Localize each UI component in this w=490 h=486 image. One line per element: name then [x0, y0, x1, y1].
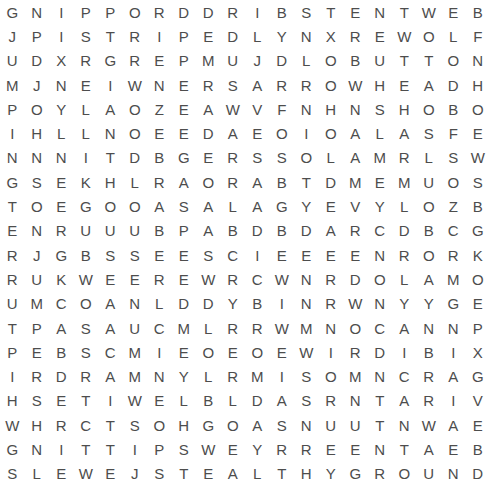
- cell-r18c10[interactable]: O: [221, 413, 246, 437]
- cell-r19c9[interactable]: W: [196, 437, 221, 461]
- cell-r19c3[interactable]: I: [49, 437, 74, 461]
- cell-r2c5[interactable]: T: [98, 24, 123, 48]
- cell-r4c10[interactable]: S: [221, 73, 246, 97]
- cell-r20c15[interactable]: G: [343, 462, 368, 486]
- cell-r6c2[interactable]: H: [25, 121, 50, 145]
- cell-r5c1[interactable]: P: [0, 97, 25, 121]
- cell-r5c14[interactable]: H: [319, 97, 344, 121]
- cell-r5c18[interactable]: O: [417, 97, 442, 121]
- cell-r8c1[interactable]: G: [0, 170, 25, 194]
- cell-r20c19[interactable]: N: [441, 462, 466, 486]
- cell-r13c13[interactable]: N: [294, 292, 319, 316]
- cell-r8c15[interactable]: M: [343, 170, 368, 194]
- cell-r4c17[interactable]: E: [392, 73, 417, 97]
- cell-r10c14[interactable]: A: [319, 219, 344, 243]
- cell-r12c11[interactable]: C: [245, 267, 270, 291]
- cell-r13c20[interactable]: E: [466, 292, 490, 316]
- cell-r10c4[interactable]: U: [74, 219, 99, 243]
- cell-r6c17[interactable]: A: [392, 121, 417, 145]
- cell-r12c15[interactable]: D: [343, 267, 368, 291]
- cell-r5c15[interactable]: N: [343, 97, 368, 121]
- cell-r7c15[interactable]: A: [343, 146, 368, 170]
- cell-r5c13[interactable]: N: [294, 97, 319, 121]
- cell-r11c3[interactable]: G: [49, 243, 74, 267]
- cell-r2c9[interactable]: E: [196, 24, 221, 48]
- cell-r7c12[interactable]: S: [270, 146, 295, 170]
- cell-r13c8[interactable]: D: [172, 292, 197, 316]
- cell-r15c7[interactable]: I: [147, 340, 172, 364]
- cell-r19c6[interactable]: I: [123, 437, 148, 461]
- cell-r5c2[interactable]: O: [25, 97, 50, 121]
- cell-r7c16[interactable]: M: [368, 146, 393, 170]
- cell-r14c3[interactable]: A: [49, 316, 74, 340]
- cell-r14c14[interactable]: N: [319, 316, 344, 340]
- cell-r9c7[interactable]: A: [147, 194, 172, 218]
- cell-r17c18[interactable]: R: [417, 389, 442, 413]
- cell-r15c11[interactable]: O: [245, 340, 270, 364]
- cell-r8c3[interactable]: E: [49, 170, 74, 194]
- cell-r14c20[interactable]: P: [466, 316, 490, 340]
- cell-r3c19[interactable]: O: [441, 49, 466, 73]
- cell-r13c1[interactable]: U: [0, 292, 25, 316]
- cell-r7c19[interactable]: S: [441, 146, 466, 170]
- cell-r11c4[interactable]: B: [74, 243, 99, 267]
- cell-r1c13[interactable]: S: [294, 0, 319, 24]
- cell-r8c10[interactable]: R: [221, 170, 246, 194]
- cell-r14c11[interactable]: R: [245, 316, 270, 340]
- cell-r19c11[interactable]: Y: [245, 437, 270, 461]
- cell-r17c12[interactable]: A: [270, 389, 295, 413]
- cell-r8c8[interactable]: A: [172, 170, 197, 194]
- cell-r11c16[interactable]: N: [368, 243, 393, 267]
- cell-r4c8[interactable]: E: [172, 73, 197, 97]
- cell-r16c8[interactable]: Y: [172, 364, 197, 388]
- cell-r16c3[interactable]: D: [49, 364, 74, 388]
- cell-r7c6[interactable]: D: [123, 146, 148, 170]
- cell-r15c14[interactable]: I: [319, 340, 344, 364]
- cell-r18c11[interactable]: A: [245, 413, 270, 437]
- cell-r14c18[interactable]: N: [417, 316, 442, 340]
- cell-r19c14[interactable]: E: [319, 437, 344, 461]
- cell-r10c17[interactable]: D: [392, 219, 417, 243]
- cell-r8c7[interactable]: R: [147, 170, 172, 194]
- cell-r10c13[interactable]: D: [294, 219, 319, 243]
- cell-r2c15[interactable]: R: [343, 24, 368, 48]
- cell-r18c12[interactable]: S: [270, 413, 295, 437]
- cell-r11c17[interactable]: R: [392, 243, 417, 267]
- cell-r2c14[interactable]: X: [319, 24, 344, 48]
- cell-r19c19[interactable]: E: [441, 437, 466, 461]
- cell-r4c6[interactable]: W: [123, 73, 148, 97]
- cell-r20c5[interactable]: E: [98, 462, 123, 486]
- cell-r19c10[interactable]: E: [221, 437, 246, 461]
- cell-r5c7[interactable]: Z: [147, 97, 172, 121]
- cell-r13c6[interactable]: N: [123, 292, 148, 316]
- cell-r3c9[interactable]: M: [196, 49, 221, 73]
- cell-r10c8[interactable]: P: [172, 219, 197, 243]
- cell-r16c14[interactable]: O: [319, 364, 344, 388]
- cell-r13c7[interactable]: L: [147, 292, 172, 316]
- cell-r19c13[interactable]: R: [294, 437, 319, 461]
- cell-r12c9[interactable]: W: [196, 267, 221, 291]
- cell-r6c20[interactable]: E: [466, 121, 490, 145]
- cell-r14c1[interactable]: T: [0, 316, 25, 340]
- cell-r6c11[interactable]: E: [245, 121, 270, 145]
- cell-r7c11[interactable]: S: [245, 146, 270, 170]
- cell-r4c20[interactable]: H: [466, 73, 490, 97]
- cell-r3c13[interactable]: L: [294, 49, 319, 73]
- cell-r2c12[interactable]: Y: [270, 24, 295, 48]
- cell-r11c8[interactable]: E: [172, 243, 197, 267]
- cell-r18c17[interactable]: N: [392, 413, 417, 437]
- cell-r11c11[interactable]: I: [245, 243, 270, 267]
- cell-r1c11[interactable]: I: [245, 0, 270, 24]
- cell-r15c1[interactable]: P: [0, 340, 25, 364]
- cell-r4c2[interactable]: J: [25, 73, 50, 97]
- cell-r13c5[interactable]: A: [98, 292, 123, 316]
- cell-r12c1[interactable]: R: [0, 267, 25, 291]
- cell-r7c8[interactable]: G: [172, 146, 197, 170]
- cell-r18c9[interactable]: G: [196, 413, 221, 437]
- cell-r6c1[interactable]: I: [0, 121, 25, 145]
- cell-r1c18[interactable]: W: [417, 0, 442, 24]
- cell-r10c20[interactable]: G: [466, 219, 490, 243]
- cell-r10c3[interactable]: R: [49, 219, 74, 243]
- cell-r18c1[interactable]: W: [0, 413, 25, 437]
- cell-r20c3[interactable]: E: [49, 462, 74, 486]
- cell-r14c4[interactable]: S: [74, 316, 99, 340]
- cell-r1c15[interactable]: E: [343, 0, 368, 24]
- cell-r20c12[interactable]: T: [270, 462, 295, 486]
- cell-r11c2[interactable]: J: [25, 243, 50, 267]
- cell-r9c20[interactable]: B: [466, 194, 490, 218]
- cell-r6c5[interactable]: N: [98, 121, 123, 145]
- cell-r20c2[interactable]: L: [25, 462, 50, 486]
- cell-r14c19[interactable]: N: [441, 316, 466, 340]
- cell-r17c13[interactable]: S: [294, 389, 319, 413]
- cell-r7c1[interactable]: N: [0, 146, 25, 170]
- cell-r18c5[interactable]: T: [98, 413, 123, 437]
- cell-r8c6[interactable]: L: [123, 170, 148, 194]
- cell-r9c14[interactable]: E: [319, 194, 344, 218]
- cell-r6c16[interactable]: L: [368, 121, 393, 145]
- cell-r19c15[interactable]: E: [343, 437, 368, 461]
- cell-r12c19[interactable]: M: [441, 267, 466, 291]
- cell-r17c3[interactable]: E: [49, 389, 74, 413]
- cell-r20c4[interactable]: W: [74, 462, 99, 486]
- cell-r18c16[interactable]: T: [368, 413, 393, 437]
- cell-r4c16[interactable]: H: [368, 73, 393, 97]
- cell-r13c3[interactable]: C: [49, 292, 74, 316]
- cell-r17c19[interactable]: I: [441, 389, 466, 413]
- cell-r8c12[interactable]: B: [270, 170, 295, 194]
- cell-r9c6[interactable]: O: [123, 194, 148, 218]
- cell-r14c5[interactable]: A: [98, 316, 123, 340]
- cell-r10c19[interactable]: C: [441, 219, 466, 243]
- cell-r13c17[interactable]: Y: [392, 292, 417, 316]
- cell-r13c2[interactable]: M: [25, 292, 50, 316]
- cell-r8c13[interactable]: T: [294, 170, 319, 194]
- cell-r1c5[interactable]: P: [98, 0, 123, 24]
- cell-r3c10[interactable]: U: [221, 49, 246, 73]
- cell-r18c3[interactable]: R: [49, 413, 74, 437]
- cell-r12c20[interactable]: O: [466, 267, 490, 291]
- cell-r10c11[interactable]: D: [245, 219, 270, 243]
- cell-r11c7[interactable]: E: [147, 243, 172, 267]
- cell-r18c7[interactable]: O: [147, 413, 172, 437]
- cell-r14c6[interactable]: U: [123, 316, 148, 340]
- cell-r11c6[interactable]: S: [123, 243, 148, 267]
- cell-r15c10[interactable]: E: [221, 340, 246, 364]
- cell-r19c20[interactable]: B: [466, 437, 490, 461]
- cell-r10c1[interactable]: E: [0, 219, 25, 243]
- cell-r17c16[interactable]: T: [368, 389, 393, 413]
- cell-r5c16[interactable]: S: [368, 97, 393, 121]
- cell-r19c12[interactable]: R: [270, 437, 295, 461]
- cell-r18c2[interactable]: H: [25, 413, 50, 437]
- cell-r12c10[interactable]: R: [221, 267, 246, 291]
- cell-r7c5[interactable]: T: [98, 146, 123, 170]
- cell-r14c7[interactable]: C: [147, 316, 172, 340]
- cell-r3c8[interactable]: P: [172, 49, 197, 73]
- cell-r6c15[interactable]: A: [343, 121, 368, 145]
- cell-r8c17[interactable]: M: [392, 170, 417, 194]
- cell-r17c20[interactable]: V: [466, 389, 490, 413]
- cell-r11c20[interactable]: K: [466, 243, 490, 267]
- cell-r20c1[interactable]: S: [0, 462, 25, 486]
- cell-r16c4[interactable]: R: [74, 364, 99, 388]
- cell-r1c6[interactable]: O: [123, 0, 148, 24]
- cell-r6c13[interactable]: I: [294, 121, 319, 145]
- cell-r3c12[interactable]: D: [270, 49, 295, 73]
- cell-r17c17[interactable]: A: [392, 389, 417, 413]
- cell-r13c11[interactable]: B: [245, 292, 270, 316]
- cell-r4c13[interactable]: R: [294, 73, 319, 97]
- cell-r15c3[interactable]: B: [49, 340, 74, 364]
- cell-r6c12[interactable]: O: [270, 121, 295, 145]
- cell-r11c5[interactable]: S: [98, 243, 123, 267]
- cell-r1c3[interactable]: I: [49, 0, 74, 24]
- cell-r7c9[interactable]: E: [196, 146, 221, 170]
- cell-r17c15[interactable]: N: [343, 389, 368, 413]
- cell-r13c15[interactable]: W: [343, 292, 368, 316]
- cell-r18c18[interactable]: W: [417, 413, 442, 437]
- cell-r12c7[interactable]: R: [147, 267, 172, 291]
- cell-r7c4[interactable]: I: [74, 146, 99, 170]
- cell-r4c18[interactable]: A: [417, 73, 442, 97]
- cell-r9c2[interactable]: O: [25, 194, 50, 218]
- cell-r7c7[interactable]: B: [147, 146, 172, 170]
- cell-r12c5[interactable]: E: [98, 267, 123, 291]
- cell-r11c15[interactable]: E: [343, 243, 368, 267]
- cell-r8c9[interactable]: O: [196, 170, 221, 194]
- cell-r14c12[interactable]: W: [270, 316, 295, 340]
- cell-r10c2[interactable]: N: [25, 219, 50, 243]
- cell-r18c6[interactable]: S: [123, 413, 148, 437]
- cell-r5c11[interactable]: V: [245, 97, 270, 121]
- cell-r19c2[interactable]: N: [25, 437, 50, 461]
- cell-r19c1[interactable]: G: [0, 437, 25, 461]
- cell-r16c11[interactable]: M: [245, 364, 270, 388]
- cell-r3c3[interactable]: X: [49, 49, 74, 73]
- cell-r4c4[interactable]: E: [74, 73, 99, 97]
- cell-r9c8[interactable]: S: [172, 194, 197, 218]
- cell-r17c1[interactable]: H: [0, 389, 25, 413]
- cell-r11c10[interactable]: C: [221, 243, 246, 267]
- cell-r3c11[interactable]: J: [245, 49, 270, 73]
- cell-r19c17[interactable]: T: [392, 437, 417, 461]
- cell-r1c10[interactable]: R: [221, 0, 246, 24]
- cell-r14c9[interactable]: L: [196, 316, 221, 340]
- cell-r3c14[interactable]: O: [319, 49, 344, 73]
- cell-r16c1[interactable]: I: [0, 364, 25, 388]
- cell-r7c14[interactable]: L: [319, 146, 344, 170]
- cell-r12c18[interactable]: A: [417, 267, 442, 291]
- cell-r8c5[interactable]: H: [98, 170, 123, 194]
- cell-r18c13[interactable]: N: [294, 413, 319, 437]
- cell-r9c18[interactable]: O: [417, 194, 442, 218]
- cell-r9c1[interactable]: T: [0, 194, 25, 218]
- cell-r9c5[interactable]: O: [98, 194, 123, 218]
- cell-r11c13[interactable]: E: [294, 243, 319, 267]
- cell-r3c15[interactable]: B: [343, 49, 368, 73]
- cell-r14c16[interactable]: C: [368, 316, 393, 340]
- cell-r6c7[interactable]: E: [147, 121, 172, 145]
- cell-r11c1[interactable]: R: [0, 243, 25, 267]
- cell-r17c11[interactable]: D: [245, 389, 270, 413]
- cell-r12c6[interactable]: E: [123, 267, 148, 291]
- cell-r20c18[interactable]: U: [417, 462, 442, 486]
- cell-r18c20[interactable]: E: [466, 413, 490, 437]
- cell-r10c6[interactable]: U: [123, 219, 148, 243]
- cell-r12c8[interactable]: E: [172, 267, 197, 291]
- cell-r16c16[interactable]: N: [368, 364, 393, 388]
- cell-r15c13[interactable]: W: [294, 340, 319, 364]
- cell-r18c8[interactable]: H: [172, 413, 197, 437]
- cell-r20c8[interactable]: T: [172, 462, 197, 486]
- cell-r6c14[interactable]: O: [319, 121, 344, 145]
- cell-r2c4[interactable]: S: [74, 24, 99, 48]
- cell-r3c7[interactable]: E: [147, 49, 172, 73]
- cell-r10c5[interactable]: U: [98, 219, 123, 243]
- cell-r17c14[interactable]: R: [319, 389, 344, 413]
- cell-r4c19[interactable]: D: [441, 73, 466, 97]
- cell-r20c20[interactable]: D: [466, 462, 490, 486]
- cell-r15c2[interactable]: E: [25, 340, 50, 364]
- cell-r13c19[interactable]: G: [441, 292, 466, 316]
- cell-r16c15[interactable]: M: [343, 364, 368, 388]
- cell-r18c19[interactable]: A: [441, 413, 466, 437]
- cell-r5c5[interactable]: A: [98, 97, 123, 121]
- cell-r15c5[interactable]: C: [98, 340, 123, 364]
- cell-r18c4[interactable]: C: [74, 413, 99, 437]
- cell-r12c16[interactable]: O: [368, 267, 393, 291]
- cell-r8c14[interactable]: D: [319, 170, 344, 194]
- cell-r7c2[interactable]: N: [25, 146, 50, 170]
- cell-r1c8[interactable]: D: [172, 0, 197, 24]
- cell-r7c20[interactable]: W: [466, 146, 490, 170]
- cell-r19c5[interactable]: T: [98, 437, 123, 461]
- cell-r4c12[interactable]: R: [270, 73, 295, 97]
- cell-r5c4[interactable]: L: [74, 97, 99, 121]
- cell-r1c9[interactable]: D: [196, 0, 221, 24]
- cell-r3c2[interactable]: D: [25, 49, 50, 73]
- cell-r19c18[interactable]: A: [417, 437, 442, 461]
- cell-r15c9[interactable]: O: [196, 340, 221, 364]
- cell-r13c12[interactable]: I: [270, 292, 295, 316]
- cell-r2c3[interactable]: I: [49, 24, 74, 48]
- cell-r10c10[interactable]: B: [221, 219, 246, 243]
- cell-r10c7[interactable]: B: [147, 219, 172, 243]
- cell-r16c17[interactable]: C: [392, 364, 417, 388]
- cell-r13c18[interactable]: Y: [417, 292, 442, 316]
- cell-r3c17[interactable]: T: [392, 49, 417, 73]
- cell-r1c7[interactable]: R: [147, 0, 172, 24]
- cell-r4c11[interactable]: A: [245, 73, 270, 97]
- cell-r17c7[interactable]: E: [147, 389, 172, 413]
- cell-r15c17[interactable]: I: [392, 340, 417, 364]
- cell-r12c12[interactable]: W: [270, 267, 295, 291]
- cell-r17c10[interactable]: L: [221, 389, 246, 413]
- cell-r2c13[interactable]: N: [294, 24, 319, 48]
- cell-r15c4[interactable]: S: [74, 340, 99, 364]
- cell-r9c15[interactable]: V: [343, 194, 368, 218]
- cell-r7c3[interactable]: N: [49, 146, 74, 170]
- cell-r14c8[interactable]: M: [172, 316, 197, 340]
- cell-r7c10[interactable]: R: [221, 146, 246, 170]
- cell-r5c8[interactable]: E: [172, 97, 197, 121]
- cell-r18c14[interactable]: U: [319, 413, 344, 437]
- cell-r4c5[interactable]: I: [98, 73, 123, 97]
- cell-r9c19[interactable]: Z: [441, 194, 466, 218]
- cell-r16c18[interactable]: R: [417, 364, 442, 388]
- cell-r14c2[interactable]: P: [25, 316, 50, 340]
- cell-r6c18[interactable]: S: [417, 121, 442, 145]
- cell-r4c7[interactable]: N: [147, 73, 172, 97]
- cell-r19c16[interactable]: N: [368, 437, 393, 461]
- cell-r10c9[interactable]: A: [196, 219, 221, 243]
- cell-r16c2[interactable]: R: [25, 364, 50, 388]
- cell-r19c4[interactable]: T: [74, 437, 99, 461]
- cell-r11c14[interactable]: E: [319, 243, 344, 267]
- cell-r1c20[interactable]: B: [466, 0, 490, 24]
- cell-r5c10[interactable]: W: [221, 97, 246, 121]
- cell-r2c1[interactable]: J: [0, 24, 25, 48]
- cell-r17c8[interactable]: L: [172, 389, 197, 413]
- cell-r1c2[interactable]: N: [25, 0, 50, 24]
- cell-r4c1[interactable]: M: [0, 73, 25, 97]
- cell-r2c10[interactable]: D: [221, 24, 246, 48]
- cell-r19c7[interactable]: P: [147, 437, 172, 461]
- cell-r9c3[interactable]: E: [49, 194, 74, 218]
- cell-r2c19[interactable]: L: [441, 24, 466, 48]
- cell-r17c5[interactable]: I: [98, 389, 123, 413]
- cell-r3c1[interactable]: U: [0, 49, 25, 73]
- cell-r17c9[interactable]: B: [196, 389, 221, 413]
- cell-r20c7[interactable]: S: [147, 462, 172, 486]
- cell-r5c17[interactable]: H: [392, 97, 417, 121]
- cell-r12c17[interactable]: L: [392, 267, 417, 291]
- cell-r5c9[interactable]: A: [196, 97, 221, 121]
- cell-r4c15[interactable]: W: [343, 73, 368, 97]
- cell-r1c16[interactable]: N: [368, 0, 393, 24]
- cell-r8c20[interactable]: S: [466, 170, 490, 194]
- cell-r20c17[interactable]: O: [392, 462, 417, 486]
- cell-r6c19[interactable]: F: [441, 121, 466, 145]
- cell-r11c9[interactable]: S: [196, 243, 221, 267]
- cell-r5c12[interactable]: F: [270, 97, 295, 121]
- cell-r14c13[interactable]: M: [294, 316, 319, 340]
